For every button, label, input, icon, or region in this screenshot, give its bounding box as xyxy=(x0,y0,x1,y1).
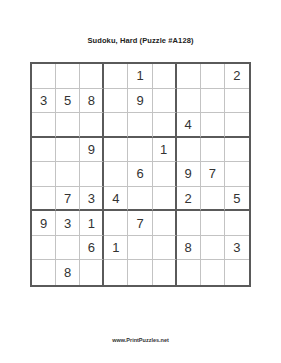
sudoku-cell-r7c3: 1 xyxy=(80,211,104,236)
sudoku-cell-r1c1 xyxy=(32,64,56,89)
sudoku-cell-r1c9: 2 xyxy=(225,64,249,89)
sudoku-cell-r6c2: 7 xyxy=(56,187,80,212)
sudoku-cell-r6c4: 4 xyxy=(104,187,128,212)
sudoku-cell-r2c2: 5 xyxy=(56,89,80,114)
sudoku-cell-r9c7 xyxy=(177,260,201,285)
sudoku-cell-r5c8: 7 xyxy=(201,162,225,187)
sudoku-cell-r3c4 xyxy=(104,113,128,138)
sudoku-cell-r5c5: 6 xyxy=(128,162,152,187)
footer-url: www.PrintPuzzles.net xyxy=(0,337,281,343)
sudoku-cell-r1c3 xyxy=(80,64,104,89)
sudoku-cell-r7c1: 9 xyxy=(32,211,56,236)
sudoku-cell-r1c2 xyxy=(56,64,80,89)
sudoku-cell-r9c2: 8 xyxy=(56,260,80,285)
sudoku-cell-r5c4 xyxy=(104,162,128,187)
sudoku-cell-r4c9 xyxy=(225,138,249,163)
sudoku-cell-r2c4 xyxy=(104,89,128,114)
sudoku-cell-r8c9: 3 xyxy=(225,236,249,261)
sudoku-cell-r7c9 xyxy=(225,211,249,236)
sudoku-cell-r3c3 xyxy=(80,113,104,138)
sudoku-cell-r7c5: 7 xyxy=(128,211,152,236)
sudoku-cell-r7c6 xyxy=(153,211,177,236)
sudoku-cell-r3c5 xyxy=(128,113,152,138)
sudoku-cell-r1c7 xyxy=(177,64,201,89)
sudoku-cell-r3c1 xyxy=(32,113,56,138)
sudoku-cell-r8c6 xyxy=(153,236,177,261)
sudoku-cell-r3c9 xyxy=(225,113,249,138)
sudoku-cell-r8c1 xyxy=(32,236,56,261)
sudoku-cell-r4c6: 1 xyxy=(153,138,177,163)
sudoku-cell-r6c8 xyxy=(201,187,225,212)
puzzle-title: Sudoku, Hard (Puzzle #A128) xyxy=(0,36,281,45)
sudoku-cell-r2c1: 3 xyxy=(32,89,56,114)
sudoku-cell-r1c5: 1 xyxy=(128,64,152,89)
sudoku-cell-r8c5 xyxy=(128,236,152,261)
sudoku-cell-r4c5 xyxy=(128,138,152,163)
sudoku-cell-r1c8 xyxy=(201,64,225,89)
sudoku-cell-r2c7 xyxy=(177,89,201,114)
sudoku-cell-r2c9 xyxy=(225,89,249,114)
sudoku-cell-r1c6 xyxy=(153,64,177,89)
sudoku-cell-r4c2 xyxy=(56,138,80,163)
sudoku-cell-r6c1 xyxy=(32,187,56,212)
sudoku-cell-r8c3: 6 xyxy=(80,236,104,261)
sudoku-cell-r9c9 xyxy=(225,260,249,285)
sudoku-cell-r7c8 xyxy=(201,211,225,236)
sudoku-cell-r9c3 xyxy=(80,260,104,285)
sudoku-cell-r6c3: 3 xyxy=(80,187,104,212)
sudoku-cell-r4c1 xyxy=(32,138,56,163)
sudoku-cell-r5c7: 9 xyxy=(177,162,201,187)
sudoku-cell-r8c2 xyxy=(56,236,80,261)
sudoku-cell-r4c4 xyxy=(104,138,128,163)
sudoku-cell-r6c7: 2 xyxy=(177,187,201,212)
sudoku-cell-r6c9: 5 xyxy=(225,187,249,212)
sudoku-cell-r2c3: 8 xyxy=(80,89,104,114)
sudoku-cell-r7c4 xyxy=(104,211,128,236)
sudoku-cell-r4c3: 9 xyxy=(80,138,104,163)
sudoku-cell-r9c1 xyxy=(32,260,56,285)
sudoku-cell-r8c8 xyxy=(201,236,225,261)
sudoku-cell-r5c6 xyxy=(153,162,177,187)
sudoku-cell-r6c5 xyxy=(128,187,152,212)
sudoku-cell-r5c2 xyxy=(56,162,80,187)
sudoku-board: 12358949169773425931761838 xyxy=(30,62,251,287)
sudoku-cell-r3c2 xyxy=(56,113,80,138)
page: Sudoku, Hard (Puzzle #A128) 123589491697… xyxy=(0,0,281,363)
sudoku-cell-r4c8 xyxy=(201,138,225,163)
sudoku-cell-r2c8 xyxy=(201,89,225,114)
sudoku-cell-r8c4: 1 xyxy=(104,236,128,261)
sudoku-cell-r6c6 xyxy=(153,187,177,212)
sudoku-cell-r1c4 xyxy=(104,64,128,89)
sudoku-cell-r9c4 xyxy=(104,260,128,285)
sudoku-cell-r7c7 xyxy=(177,211,201,236)
sudoku-cell-r3c7: 4 xyxy=(177,113,201,138)
sudoku-cell-r9c8 xyxy=(201,260,225,285)
sudoku-cell-r5c3 xyxy=(80,162,104,187)
sudoku-cell-r4c7 xyxy=(177,138,201,163)
sudoku-cell-r3c6 xyxy=(153,113,177,138)
sudoku-cell-r2c6 xyxy=(153,89,177,114)
sudoku-cell-r2c5: 9 xyxy=(128,89,152,114)
sudoku-cell-r5c9 xyxy=(225,162,249,187)
sudoku-cell-r9c6 xyxy=(153,260,177,285)
sudoku-cell-r3c8 xyxy=(201,113,225,138)
sudoku-cell-r9c5 xyxy=(128,260,152,285)
sudoku-cell-r8c7: 8 xyxy=(177,236,201,261)
sudoku-cell-r5c1 xyxy=(32,162,56,187)
sudoku-cell-r7c2: 3 xyxy=(56,211,80,236)
